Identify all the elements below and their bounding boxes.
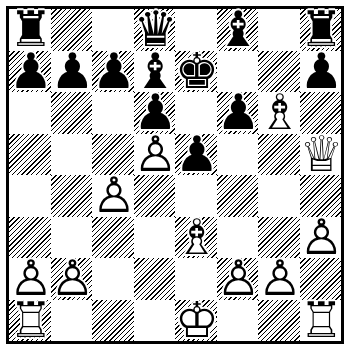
piece-white-queen-h5[interactable]: ♛♕	[300, 134, 342, 176]
square-c1[interactable]	[92, 300, 134, 342]
square-e7[interactable]: ♚	[175, 51, 217, 93]
square-g1[interactable]	[258, 300, 300, 342]
piece-black-pawn-b7[interactable]: ♟	[51, 51, 93, 93]
diagram-background: ♜♛♝♜♟♟♟♝♚♟♟♟♝♗♟♙♟♛♕♟♙♝♗♟♙♟♙♟♙♟♙♟♙♜♖♚♔♜♖	[0, 0, 350, 350]
square-b6[interactable]	[51, 92, 93, 134]
piece-black-pawn-c7[interactable]: ♟	[92, 51, 134, 93]
square-b5[interactable]	[51, 134, 93, 176]
square-f5[interactable]	[217, 134, 259, 176]
square-c3[interactable]	[92, 217, 134, 259]
piece-outline-glyph: ♙	[300, 217, 344, 258]
square-a7[interactable]: ♟	[9, 51, 51, 93]
square-e1[interactable]: ♚♔	[175, 300, 217, 342]
square-d4[interactable]	[134, 175, 176, 217]
square-a5[interactable]	[9, 134, 51, 176]
piece-glyph: ♟	[217, 92, 261, 133]
square-a6[interactable]	[9, 92, 51, 134]
piece-glyph: ♝	[217, 9, 261, 50]
piece-glyph: ♟	[92, 51, 136, 92]
square-a1[interactable]: ♜♖	[9, 300, 51, 342]
square-d3[interactable]	[134, 217, 176, 259]
piece-glyph: ♟	[51, 51, 95, 92]
square-d5[interactable]: ♟♙	[134, 134, 176, 176]
piece-black-bishop-f8[interactable]: ♝	[217, 9, 259, 51]
piece-white-rook-a1[interactable]: ♜♖	[9, 300, 51, 342]
square-b4[interactable]	[51, 175, 93, 217]
square-d1[interactable]	[134, 300, 176, 342]
square-h7[interactable]: ♟	[300, 51, 342, 93]
square-e3[interactable]: ♝♗	[175, 217, 217, 259]
piece-outline-glyph: ♙	[134, 134, 178, 175]
piece-black-king-e7[interactable]: ♚	[175, 51, 217, 93]
piece-white-king-e1[interactable]: ♚♔	[175, 300, 217, 342]
piece-outline-glyph: ♗	[258, 92, 302, 133]
piece-white-pawn-d5[interactable]: ♟♙	[134, 134, 176, 176]
piece-white-bishop-g6[interactable]: ♝♗	[258, 92, 300, 134]
square-a4[interactable]	[9, 175, 51, 217]
square-c4[interactable]: ♟♙	[92, 175, 134, 217]
piece-outline-glyph: ♖	[300, 300, 344, 341]
piece-black-pawn-f6[interactable]: ♟	[217, 92, 259, 134]
piece-white-pawn-h3[interactable]: ♟♙	[300, 217, 342, 259]
chess-board: ♜♛♝♜♟♟♟♝♚♟♟♟♝♗♟♙♟♛♕♟♙♝♗♟♙♟♙♟♙♟♙♟♙♜♖♚♔♜♖	[6, 6, 344, 344]
piece-white-pawn-c4[interactable]: ♟♙	[92, 175, 134, 217]
piece-outline-glyph: ♙	[217, 258, 261, 299]
square-g4[interactable]	[258, 175, 300, 217]
piece-white-pawn-g2[interactable]: ♟♙	[258, 258, 300, 300]
piece-glyph: ♚	[175, 51, 219, 92]
square-b2[interactable]: ♟♙	[51, 258, 93, 300]
piece-black-pawn-e5[interactable]: ♟	[175, 134, 217, 176]
square-g5[interactable]	[258, 134, 300, 176]
square-b1[interactable]	[51, 300, 93, 342]
square-h5[interactable]: ♛♕	[300, 134, 342, 176]
square-g8[interactable]	[258, 9, 300, 51]
square-g6[interactable]: ♝♗	[258, 92, 300, 134]
piece-outline-glyph: ♙	[258, 258, 302, 299]
piece-glyph: ♟	[300, 51, 344, 92]
square-f2[interactable]: ♟♙	[217, 258, 259, 300]
piece-white-pawn-f2[interactable]: ♟♙	[217, 258, 259, 300]
square-c6[interactable]	[92, 92, 134, 134]
square-f6[interactable]: ♟	[217, 92, 259, 134]
piece-glyph: ♟	[9, 51, 53, 92]
piece-outline-glyph: ♕	[300, 134, 344, 175]
piece-black-pawn-a7[interactable]: ♟	[9, 51, 51, 93]
square-h1[interactable]: ♜♖	[300, 300, 342, 342]
square-h3[interactable]: ♟♙	[300, 217, 342, 259]
square-b7[interactable]: ♟	[51, 51, 93, 93]
square-c7[interactable]: ♟	[92, 51, 134, 93]
piece-outline-glyph: ♗	[175, 217, 219, 258]
piece-white-bishop-e3[interactable]: ♝♗	[175, 217, 217, 259]
square-d2[interactable]	[134, 258, 176, 300]
square-e5[interactable]: ♟	[175, 134, 217, 176]
square-f1[interactable]	[217, 300, 259, 342]
piece-glyph: ♟	[175, 134, 219, 175]
piece-outline-glyph: ♙	[92, 175, 136, 216]
piece-white-rook-h1[interactable]: ♜♖	[300, 300, 342, 342]
piece-outline-glyph: ♔	[175, 300, 219, 341]
square-c2[interactable]	[92, 258, 134, 300]
square-g2[interactable]: ♟♙	[258, 258, 300, 300]
square-f4[interactable]	[217, 175, 259, 217]
piece-outline-glyph: ♙	[51, 258, 95, 299]
square-f8[interactable]: ♝	[217, 9, 259, 51]
piece-black-pawn-h7[interactable]: ♟	[300, 51, 342, 93]
piece-white-pawn-b2[interactable]: ♟♙	[51, 258, 93, 300]
piece-outline-glyph: ♖	[9, 300, 53, 341]
